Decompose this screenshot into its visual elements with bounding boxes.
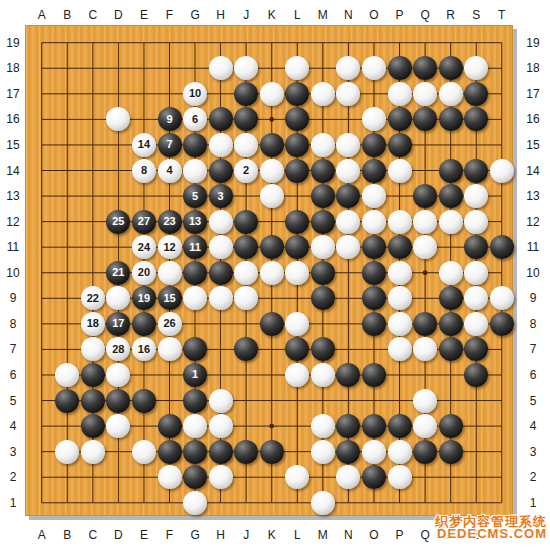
white-stone-M3 — [311, 440, 335, 464]
white-stone-R17 — [439, 82, 463, 106]
black-stone-E12: 27 — [132, 210, 156, 234]
white-stone-G4 — [183, 414, 207, 438]
white-stone-M1 — [311, 491, 335, 515]
row-label-right-3: 3 — [521, 445, 545, 459]
white-stone-N12 — [336, 210, 360, 234]
col-label-top-B: B — [56, 8, 78, 22]
col-label-top-F: F — [159, 8, 181, 22]
black-stone-T8 — [490, 312, 514, 336]
black-stone-P11 — [388, 235, 412, 259]
white-stone-H2 — [209, 465, 233, 489]
black-stone-R18 — [439, 56, 463, 80]
row-label-left-15: 15 — [1, 138, 25, 152]
black-stone-J3 — [234, 440, 258, 464]
black-stone-R13 — [439, 184, 463, 208]
row-label-right-2: 2 — [521, 470, 545, 484]
black-stone-Q8 — [413, 312, 437, 336]
row-label-right-6: 6 — [521, 368, 545, 382]
row-label-right-11: 11 — [521, 240, 545, 254]
white-stone-P9 — [388, 286, 412, 310]
col-label-top-O: O — [363, 8, 385, 22]
col-label-bottom-B: B — [56, 528, 78, 542]
row-label-right-12: 12 — [521, 215, 545, 229]
row-label-left-10: 10 — [1, 266, 25, 280]
white-stone-Q12 — [413, 210, 437, 234]
black-stone-D10: 21 — [106, 261, 130, 285]
white-stone-R10 — [439, 261, 463, 285]
black-stone-K3 — [260, 440, 284, 464]
col-label-top-M: M — [312, 8, 334, 22]
col-label-bottom-O: O — [363, 528, 385, 542]
black-stone-O6 — [362, 363, 386, 387]
col-label-bottom-F: F — [159, 528, 181, 542]
black-stone-M14 — [311, 159, 335, 183]
white-stone-G17: 10 — [183, 82, 207, 106]
col-label-top-N: N — [337, 8, 359, 22]
row-label-right-4: 4 — [521, 419, 545, 433]
white-stone-O13 — [362, 184, 386, 208]
white-stone-H5 — [209, 389, 233, 413]
black-stone-Q3 — [413, 440, 437, 464]
white-stone-F10 — [158, 261, 182, 285]
white-stone-K13 — [260, 184, 284, 208]
black-stone-G5 — [183, 389, 207, 413]
white-stone-P7 — [388, 337, 412, 361]
black-stone-F16: 9 — [158, 107, 182, 131]
white-stone-Q17 — [413, 82, 437, 106]
white-stone-M17 — [311, 82, 335, 106]
col-label-bottom-L: L — [286, 528, 308, 542]
black-stone-G3 — [183, 440, 207, 464]
white-stone-P2 — [388, 465, 412, 489]
col-label-bottom-E: E — [133, 528, 155, 542]
col-label-top-Q: Q — [414, 8, 436, 22]
black-stone-S14 — [464, 159, 488, 183]
black-stone-T11 — [490, 235, 514, 259]
white-stone-M4 — [311, 414, 335, 438]
white-stone-N14 — [336, 159, 360, 183]
black-stone-O15 — [362, 133, 386, 157]
black-stone-J12 — [234, 210, 258, 234]
white-stone-H12 — [209, 210, 233, 234]
row-label-right-13: 13 — [521, 189, 545, 203]
col-label-bottom-K: K — [261, 528, 283, 542]
col-label-top-H: H — [210, 8, 232, 22]
black-stone-M13 — [311, 184, 335, 208]
row-label-left-6: 6 — [1, 368, 25, 382]
col-label-top-J: J — [235, 8, 257, 22]
white-stone-K17 — [260, 82, 284, 106]
white-stone-S12 — [464, 210, 488, 234]
black-stone-M12 — [311, 210, 335, 234]
col-label-top-R: R — [440, 8, 462, 22]
col-label-bottom-G: G — [184, 528, 206, 542]
row-label-left-9: 9 — [1, 291, 25, 305]
black-stone-G13: 5 — [183, 184, 207, 208]
row-label-right-19: 19 — [521, 36, 545, 50]
white-stone-O3 — [362, 440, 386, 464]
black-stone-B5 — [55, 389, 79, 413]
row-label-left-3: 3 — [1, 445, 25, 459]
black-stone-F3 — [158, 440, 182, 464]
black-stone-M9 — [311, 286, 335, 310]
black-stone-C5 — [81, 389, 105, 413]
row-label-left-1: 1 — [1, 496, 25, 510]
watermark-line2: DEDECMS.COM — [435, 528, 547, 540]
black-stone-O14 — [362, 159, 386, 183]
white-stone-M15 — [311, 133, 335, 157]
white-stone-P3 — [388, 440, 412, 464]
black-stone-G10 — [183, 261, 207, 285]
white-stone-C8: 18 — [81, 312, 105, 336]
white-stone-L8 — [285, 312, 309, 336]
watermark: 织梦内容管理系统 DEDECMS.COM — [435, 516, 547, 540]
white-stone-G14 — [183, 159, 207, 183]
black-stone-P4 — [388, 414, 412, 438]
black-stone-G6: 1 — [183, 363, 207, 387]
white-stone-C9: 22 — [81, 286, 105, 310]
white-stone-S8 — [464, 312, 488, 336]
col-label-top-D: D — [107, 8, 129, 22]
black-stone-R9 — [439, 286, 463, 310]
col-label-bottom-Q: Q — [414, 528, 436, 542]
black-stone-E8 — [132, 312, 156, 336]
white-stone-T9 — [490, 286, 514, 310]
white-stone-E14: 8 — [132, 159, 156, 183]
black-stone-F12: 23 — [158, 210, 182, 234]
black-stone-H13: 3 — [209, 184, 233, 208]
col-label-top-T: T — [491, 8, 513, 22]
white-stone-G1 — [183, 491, 207, 515]
black-stone-M10 — [311, 261, 335, 285]
black-stone-D5 — [106, 389, 130, 413]
white-stone-J15 — [234, 133, 258, 157]
white-stone-L10 — [285, 261, 309, 285]
black-stone-P18 — [388, 56, 412, 80]
black-stone-G15 — [183, 133, 207, 157]
white-stone-F14: 4 — [158, 159, 182, 183]
black-stone-J17 — [234, 82, 258, 106]
row-label-right-7: 7 — [521, 342, 545, 356]
black-stone-F9: 15 — [158, 286, 182, 310]
black-stone-R4 — [439, 414, 463, 438]
row-label-left-18: 18 — [1, 61, 25, 75]
row-label-left-5: 5 — [1, 394, 25, 408]
white-stone-P8 — [388, 312, 412, 336]
col-label-top-K: K — [261, 8, 283, 22]
white-stone-E15: 14 — [132, 133, 156, 157]
row-label-right-1: 1 — [521, 496, 545, 510]
black-stone-R8 — [439, 312, 463, 336]
row-label-left-13: 13 — [1, 189, 25, 203]
col-label-bottom-J: J — [235, 528, 257, 542]
white-stone-Q4 — [413, 414, 437, 438]
black-stone-F4 — [158, 414, 182, 438]
col-label-bottom-C: C — [82, 528, 104, 542]
white-stone-O12 — [362, 210, 386, 234]
white-stone-P10 — [388, 261, 412, 285]
white-stone-H11 — [209, 235, 233, 259]
black-stone-N3 — [336, 440, 360, 464]
white-stone-H18 — [209, 56, 233, 80]
black-stone-C4 — [81, 414, 105, 438]
row-label-right-18: 18 — [521, 61, 545, 75]
col-label-top-P: P — [389, 8, 411, 22]
row-label-left-12: 12 — [1, 215, 25, 229]
white-stone-H9 — [209, 286, 233, 310]
col-label-top-E: E — [133, 8, 155, 22]
row-label-right-16: 16 — [521, 112, 545, 126]
white-stone-J14: 2 — [234, 159, 258, 183]
black-stone-P16 — [388, 107, 412, 131]
row-label-left-17: 17 — [1, 87, 25, 101]
black-stone-C6 — [81, 363, 105, 387]
row-label-left-2: 2 — [1, 470, 25, 484]
white-stone-J10 — [234, 261, 258, 285]
white-stone-K10 — [260, 261, 284, 285]
col-label-top-C: C — [82, 8, 104, 22]
col-label-bottom-M: M — [312, 528, 334, 542]
black-stone-O11 — [362, 235, 386, 259]
white-stone-F11: 12 — [158, 235, 182, 259]
black-stone-P15 — [388, 133, 412, 157]
white-stone-E11: 24 — [132, 235, 156, 259]
col-label-bottom-D: D — [107, 528, 129, 542]
black-stone-L14 — [285, 159, 309, 183]
white-stone-P12 — [388, 210, 412, 234]
row-label-right-5: 5 — [521, 394, 545, 408]
row-label-right-14: 14 — [521, 164, 545, 178]
white-stone-K14 — [260, 159, 284, 183]
col-label-bottom-H: H — [210, 528, 232, 542]
white-stone-F8: 26 — [158, 312, 182, 336]
white-stone-T14 — [490, 159, 514, 183]
row-label-left-14: 14 — [1, 164, 25, 178]
black-stone-L12 — [285, 210, 309, 234]
black-stone-D12: 25 — [106, 210, 130, 234]
black-stone-H14 — [209, 159, 233, 183]
white-stone-B3 — [55, 440, 79, 464]
white-stone-H4 — [209, 414, 233, 438]
black-stone-E5 — [132, 389, 156, 413]
go-diagram-page: { "game": "go", "board": { "size": 19, "… — [0, 0, 550, 550]
white-stone-P17 — [388, 82, 412, 106]
white-stone-Q5 — [413, 389, 437, 413]
row-label-left-7: 7 — [1, 342, 25, 356]
white-stone-H15 — [209, 133, 233, 157]
row-label-right-15: 15 — [521, 138, 545, 152]
black-stone-S17 — [464, 82, 488, 106]
black-stone-K8 — [260, 312, 284, 336]
row-label-right-17: 17 — [521, 87, 545, 101]
row-label-right-9: 9 — [521, 291, 545, 305]
black-stone-H10 — [209, 261, 233, 285]
black-stone-O8 — [362, 312, 386, 336]
black-stone-R7 — [439, 337, 463, 361]
black-stone-O10 — [362, 261, 386, 285]
col-label-bottom-A: A — [31, 528, 53, 542]
row-label-left-16: 16 — [1, 112, 25, 126]
white-stone-F7 — [158, 337, 182, 361]
col-label-top-S: S — [465, 8, 487, 22]
black-stone-O4 — [362, 414, 386, 438]
white-stone-M11 — [311, 235, 335, 259]
white-stone-F2 — [158, 465, 182, 489]
col-label-top-A: A — [31, 8, 53, 22]
black-stone-R16 — [439, 107, 463, 131]
col-label-bottom-N: N — [337, 528, 359, 542]
white-stone-E10: 20 — [132, 261, 156, 285]
white-stone-M6 — [311, 363, 335, 387]
col-label-top-L: L — [286, 8, 308, 22]
col-label-top-G: G — [184, 8, 206, 22]
black-stone-L17 — [285, 82, 309, 106]
black-stone-R14 — [439, 159, 463, 183]
row-label-right-8: 8 — [521, 317, 545, 331]
row-label-right-10: 10 — [521, 266, 545, 280]
row-label-left-8: 8 — [1, 317, 25, 331]
row-label-left-11: 11 — [1, 240, 25, 254]
black-stone-K15 — [260, 133, 284, 157]
white-stone-P14 — [388, 159, 412, 183]
black-stone-Q13 — [413, 184, 437, 208]
white-stone-C3 — [81, 440, 105, 464]
white-stone-S10 — [464, 261, 488, 285]
row-label-left-4: 4 — [1, 419, 25, 433]
black-stone-R3 — [439, 440, 463, 464]
black-stone-H16 — [209, 107, 233, 131]
black-stone-G12: 13 — [183, 210, 207, 234]
black-stone-H3 — [209, 440, 233, 464]
row-label-left-19: 19 — [1, 36, 25, 50]
black-stone-K11 — [260, 235, 284, 259]
white-stone-E3 — [132, 440, 156, 464]
white-stone-R12 — [439, 210, 463, 234]
black-stone-F15: 7 — [158, 133, 182, 157]
col-label-bottom-P: P — [389, 528, 411, 542]
